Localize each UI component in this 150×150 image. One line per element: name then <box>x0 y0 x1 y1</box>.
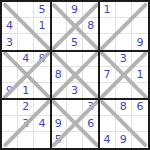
cell-r3c6[interactable] <box>83 34 99 50</box>
given-digit: 4 <box>103 134 110 145</box>
cell-r2c7[interactable] <box>99 18 115 34</box>
cell-r6c5[interactable]: 3 <box>67 83 83 99</box>
cell-r6c9[interactable] <box>132 83 148 99</box>
cell-r2c8[interactable] <box>116 18 132 34</box>
cell-r2c6[interactable]: 8 <box>83 18 99 34</box>
given-digit: 8 <box>87 20 94 31</box>
cell-r8c8[interactable] <box>116 116 132 132</box>
cell-r5c8[interactable] <box>116 67 132 83</box>
cell-r1c3[interactable]: 5 <box>34 2 50 18</box>
cell-r5c7[interactable]: 7 <box>99 67 115 83</box>
cell-r3c9[interactable]: 9 <box>132 34 148 50</box>
cell-r6c1[interactable]: 9 <box>2 83 18 99</box>
cell-r3c4[interactable] <box>51 34 67 50</box>
cell-r7c8[interactable]: 8 <box>116 99 132 115</box>
cell-r6c8[interactable] <box>116 83 132 99</box>
cell-r2c5[interactable] <box>67 18 83 34</box>
given-digit: 4 <box>6 20 13 31</box>
cell-r8c2[interactable]: 3 <box>18 116 34 132</box>
given-digit: 1 <box>39 20 46 31</box>
given-digit: 3 <box>71 85 78 96</box>
cell-r8c9[interactable] <box>132 116 148 132</box>
cell-r4c2[interactable]: 4 <box>18 51 34 67</box>
given-digit: 1 <box>103 4 110 15</box>
cell-r6c7[interactable] <box>99 83 115 99</box>
given-digit: 9 <box>6 85 13 96</box>
cell-r4c6[interactable] <box>83 51 99 67</box>
given-digit: 6 <box>136 101 143 112</box>
given-digit: 9 <box>55 118 62 129</box>
cell-r6c2[interactable]: 1 <box>18 83 34 99</box>
cell-r1c5[interactable]: 9 <box>67 2 83 18</box>
cell-r5c1[interactable] <box>2 67 18 83</box>
cell-r4c9[interactable] <box>132 51 148 67</box>
cell-r9c1[interactable] <box>2 132 18 148</box>
cell-r7c3[interactable] <box>34 99 50 115</box>
cell-r7c2[interactable]: 2 <box>18 99 34 115</box>
cell-r4c4[interactable] <box>51 51 67 67</box>
given-digit: 8 <box>55 69 62 80</box>
cell-r5c2[interactable] <box>18 67 34 83</box>
sudoku-board: 59141835948387191323863496549 <box>0 0 150 150</box>
given-digit: 4 <box>39 118 46 129</box>
cell-r3c3[interactable] <box>34 34 50 50</box>
cell-r4c8[interactable]: 3 <box>116 51 132 67</box>
cell-r8c7[interactable] <box>99 116 115 132</box>
cell-r3c1[interactable]: 3 <box>2 34 18 50</box>
cell-r8c3[interactable]: 4 <box>34 116 50 132</box>
cell-r1c4[interactable] <box>51 2 67 18</box>
cell-r1c7[interactable]: 1 <box>99 2 115 18</box>
cell-r6c6[interactable] <box>83 83 99 99</box>
cell-r4c3[interactable]: 8 <box>34 51 50 67</box>
cell-r9c6[interactable] <box>83 132 99 148</box>
given-digit: 4 <box>22 53 29 64</box>
cell-r9c9[interactable] <box>132 132 148 148</box>
cell-r7c1[interactable] <box>2 99 18 115</box>
given-digit: 3 <box>22 118 29 129</box>
cell-r9c2[interactable] <box>18 132 34 148</box>
given-digit: 8 <box>120 101 127 112</box>
cell-r1c2[interactable] <box>18 2 34 18</box>
cell-r7c5[interactable] <box>67 99 83 115</box>
cell-r1c8[interactable] <box>116 2 132 18</box>
cell-r7c4[interactable] <box>51 99 67 115</box>
cell-r3c7[interactable] <box>99 34 115 50</box>
given-digit: 5 <box>71 37 78 48</box>
cell-r6c3[interactable] <box>34 83 50 99</box>
cell-r9c7[interactable]: 4 <box>99 132 115 148</box>
cell-r7c7[interactable] <box>99 99 115 115</box>
given-digit: 7 <box>103 69 110 80</box>
cell-r8c1[interactable] <box>2 116 18 132</box>
cell-r1c9[interactable] <box>132 2 148 18</box>
cell-r5c6[interactable] <box>83 67 99 83</box>
cell-r5c4[interactable]: 8 <box>51 67 67 83</box>
cell-r4c7[interactable] <box>99 51 115 67</box>
given-digit: 5 <box>55 134 62 145</box>
given-digit: 9 <box>120 134 127 145</box>
cell-r4c1[interactable] <box>2 51 18 67</box>
cell-r3c8[interactable] <box>116 34 132 50</box>
cell-r8c4[interactable]: 9 <box>51 116 67 132</box>
given-digit: 3 <box>6 37 13 48</box>
cell-r9c8[interactable]: 9 <box>116 132 132 148</box>
cell-r8c5[interactable] <box>67 116 83 132</box>
cell-r2c4[interactable] <box>51 18 67 34</box>
given-digit: 2 <box>22 101 29 112</box>
cell-r8c6[interactable]: 6 <box>83 116 99 132</box>
given-digit: 6 <box>87 118 94 129</box>
cell-r3c5[interactable]: 5 <box>67 34 83 50</box>
cell-r9c3[interactable] <box>34 132 50 148</box>
grid-cells: 59141835948387191323863496549 <box>2 2 148 148</box>
cell-r9c5[interactable] <box>67 132 83 148</box>
cell-r5c9[interactable]: 1 <box>132 67 148 83</box>
given-digit: 3 <box>120 53 127 64</box>
given-digit: 5 <box>39 4 46 15</box>
cell-r6c4[interactable] <box>51 83 67 99</box>
cell-r2c3[interactable]: 1 <box>34 18 50 34</box>
given-digit: 8 <box>39 53 46 64</box>
cell-r7c9[interactable]: 6 <box>132 99 148 115</box>
given-digit: 3 <box>87 101 94 112</box>
cell-r2c2[interactable] <box>18 18 34 34</box>
given-digit: 9 <box>136 37 143 48</box>
cell-r2c1[interactable]: 4 <box>2 18 18 34</box>
cell-r1c1[interactable] <box>2 2 18 18</box>
cell-r9c4[interactable]: 5 <box>51 132 67 148</box>
given-digit: 1 <box>22 85 29 96</box>
given-digit: 1 <box>136 69 143 80</box>
cell-r4c5[interactable] <box>67 51 83 67</box>
given-digit: 9 <box>71 4 78 15</box>
cell-r7c6[interactable]: 3 <box>83 99 99 115</box>
cell-r3c2[interactable] <box>18 34 34 50</box>
cell-r5c5[interactable] <box>67 67 83 83</box>
cell-r5c3[interactable] <box>34 67 50 83</box>
cell-r1c6[interactable] <box>83 2 99 18</box>
cell-r2c9[interactable] <box>132 18 148 34</box>
